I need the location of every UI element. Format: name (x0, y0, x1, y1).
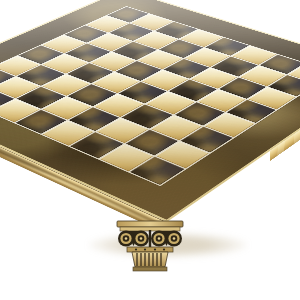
ionic-column-foot-icon (114, 220, 186, 272)
board-corner-foot (114, 220, 186, 272)
board-grid (0, 6, 300, 186)
product-photo-canvas (0, 0, 300, 300)
chessboard (0, 0, 300, 222)
